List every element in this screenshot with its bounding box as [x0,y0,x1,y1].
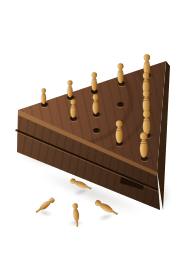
peg-hole-1[interactable] [40,88,47,105]
loose-peg-glyph [71,203,82,228]
hole-8[interactable] [117,102,124,107]
peg-hole-10[interactable] [114,120,125,144]
peg-glyph [40,88,47,105]
peg-glyph [116,63,125,84]
peg-glyph [114,120,125,144]
peg-glyph [138,132,150,159]
peg-hole-3[interactable] [69,99,78,119]
peg-glyph [66,80,74,98]
peg-glyph [90,72,99,92]
peg-hole-2[interactable] [66,80,74,98]
peg-glyph [69,99,78,119]
peg-hole-5[interactable] [91,94,100,115]
loose-peg-3[interactable] [71,203,82,228]
peg-glyph [91,94,100,115]
peg-hole-4[interactable] [90,72,99,92]
hole-6[interactable] [93,128,100,133]
peg-hole-15[interactable] [138,132,150,159]
peg-solitaire-scene [0,0,180,270]
peg-hole-7[interactable] [116,63,125,84]
